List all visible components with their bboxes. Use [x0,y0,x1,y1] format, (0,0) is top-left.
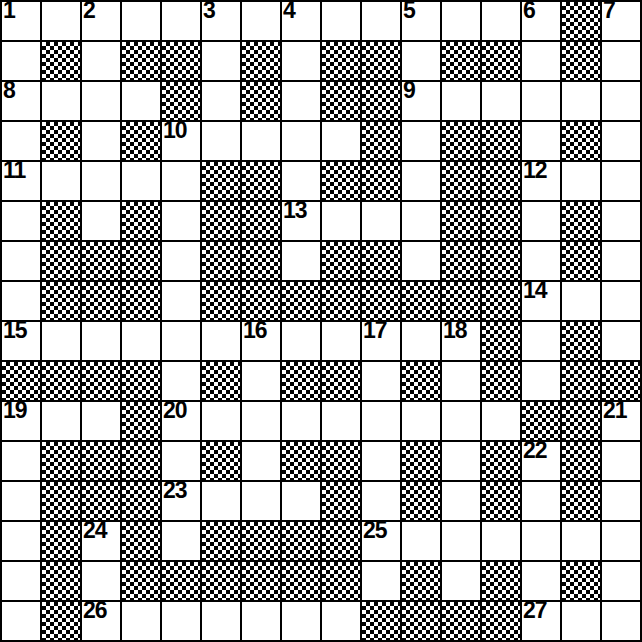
white-cell-r13-c4[interactable] [162,522,200,560]
white-cell-r0-c12[interactable] [482,2,520,40]
white-cell-r5-c9[interactable] [362,202,400,240]
block-cell-r1-c3 [122,42,160,80]
block-cell-r12-c8 [322,482,360,520]
white-cell-r4-c4[interactable] [162,162,200,200]
white-cell-r15-c5[interactable] [202,602,240,640]
block-cell-r7-c7 [282,282,320,320]
white-cell-r13-c15[interactable] [602,522,640,560]
white-cell-r4-c3[interactable] [122,162,160,200]
block-cell-r8-c14 [562,322,600,360]
white-cell-r3-c0[interactable] [2,122,40,160]
block-cell-r3-c9 [362,122,400,160]
block-cell-r10-c14 [562,402,600,440]
block-cell-r13-c1 [42,522,80,560]
block-cell-r12-c12 [482,482,520,520]
white-cell-r5-c4[interactable] [162,202,200,240]
white-cell-r7-c4[interactable] [162,282,200,320]
white-cell-r12-c15[interactable] [602,482,640,520]
block-cell-r6-c11 [442,242,480,280]
block-cell-r14-c14 [562,562,600,600]
white-cell-r8-c6[interactable]: 16 [242,322,280,360]
white-cell-r12-c9[interactable] [362,482,400,520]
white-cell-r4-c2[interactable] [82,162,120,200]
white-cell-r9-c4[interactable] [162,362,200,400]
block-cell-r13-c7 [282,522,320,560]
white-cell-r10-c0[interactable]: 19 [2,402,40,440]
block-cell-r12-c2 [82,482,120,520]
white-cell-r2-c13[interactable] [522,82,560,120]
white-cell-r13-c0[interactable] [2,522,40,560]
block-cell-r12-c14 [562,482,600,520]
white-cell-r2-c14[interactable] [562,82,600,120]
white-cell-r8-c10[interactable] [402,322,440,360]
white-cell-r8-c13[interactable] [522,322,560,360]
block-cell-r3-c3 [122,122,160,160]
block-cell-r9-c10 [402,362,440,400]
block-cell-r9-c2 [82,362,120,400]
block-cell-r15-c10 [402,602,440,640]
white-cell-r1-c5[interactable] [202,42,240,80]
white-cell-r11-c4[interactable] [162,442,200,480]
block-cell-r15-c1 [42,602,80,640]
clue-number-27: 27 [523,598,547,622]
clue-number-4: 4 [283,0,295,22]
white-cell-r3-c6[interactable] [242,122,280,160]
white-cell-r15-c6[interactable] [242,602,280,640]
white-cell-r7-c13[interactable]: 14 [522,282,560,320]
clue-number-24: 24 [83,518,107,542]
block-cell-r13-c8 [322,522,360,560]
block-cell-r1-c8 [322,42,360,80]
block-cell-r5-c6 [242,202,280,240]
clue-number-13: 13 [283,198,307,222]
white-cell-r9-c13[interactable] [522,362,560,400]
white-cell-r6-c4[interactable] [162,242,200,280]
white-cell-r0-c3[interactable] [122,2,160,40]
block-cell-r14-c8 [322,562,360,600]
block-cell-r9-c1 [42,362,80,400]
clue-number-18: 18 [443,318,467,342]
white-cell-r10-c10[interactable] [402,402,440,440]
block-cell-r7-c8 [322,282,360,320]
white-cell-r3-c4[interactable]: 10 [162,122,200,160]
white-cell-r9-c6[interactable] [242,362,280,400]
white-cell-r12-c6[interactable] [242,482,280,520]
block-cell-r6-c14 [562,242,600,280]
white-cell-r10-c12[interactable] [482,402,520,440]
block-cell-r5-c12 [482,202,520,240]
white-cell-r5-c15[interactable] [602,202,640,240]
white-cell-r14-c15[interactable] [602,562,640,600]
white-cell-r15-c0[interactable] [2,602,40,640]
block-cell-r2-c4 [162,82,200,120]
white-cell-r0-c5[interactable]: 3 [202,2,240,40]
clue-number-16: 16 [243,318,267,342]
white-cell-r12-c7[interactable] [282,482,320,520]
clue-number-6: 6 [523,0,535,22]
clue-number-19: 19 [3,398,27,422]
block-cell-r1-c9 [362,42,400,80]
block-cell-r5-c5 [202,202,240,240]
white-cell-r3-c8[interactable] [322,122,360,160]
clue-number-21: 21 [603,398,627,422]
white-cell-r0-c4[interactable] [162,2,200,40]
block-cell-r1-c14 [562,42,600,80]
white-cell-r0-c2[interactable]: 2 [82,2,120,40]
clue-number-15: 15 [3,318,27,342]
white-cell-r11-c11[interactable] [442,442,480,480]
white-cell-r4-c7[interactable] [282,162,320,200]
white-cell-r15-c8[interactable] [322,602,360,640]
white-cell-r10-c9[interactable] [362,402,400,440]
block-cell-r7-c12 [482,282,520,320]
block-cell-r7-c2 [82,282,120,320]
white-cell-r5-c0[interactable] [2,202,40,240]
block-cell-r4-c9 [362,162,400,200]
block-cell-r12-c3 [122,482,160,520]
block-cell-r11-c8 [322,442,360,480]
clue-number-17: 17 [363,318,387,342]
white-cell-r0-c7[interactable]: 4 [282,2,320,40]
white-cell-r13-c9[interactable]: 25 [362,522,400,560]
white-cell-r9-c9[interactable] [362,362,400,400]
block-cell-r1-c6 [242,42,280,80]
block-cell-r11-c3 [122,442,160,480]
white-cell-r3-c13[interactable] [522,122,560,160]
white-cell-r15-c15[interactable] [602,602,640,640]
white-cell-r0-c15[interactable]: 7 [602,2,640,40]
white-cell-r2-c15[interactable] [602,82,640,120]
block-cell-r13-c5 [202,522,240,560]
white-cell-r3-c15[interactable] [602,122,640,160]
white-cell-r0-c10[interactable]: 5 [402,2,440,40]
block-cell-r11-c12 [482,442,520,480]
clue-number-9: 9 [403,78,415,102]
white-cell-r8-c1[interactable] [42,322,80,360]
white-cell-r0-c0[interactable]: 1 [2,2,40,40]
white-cell-r4-c14[interactable] [562,162,600,200]
block-cell-r7-c6 [242,282,280,320]
block-cell-r4-c8 [322,162,360,200]
white-cell-r1-c13[interactable] [522,42,560,80]
block-cell-r15-c12 [482,602,520,640]
block-cell-r9-c3 [122,362,160,400]
block-cell-r6-c5 [202,242,240,280]
white-cell-r2-c3[interactable] [122,82,160,120]
block-cell-r14-c3 [122,562,160,600]
clue-number-5: 5 [403,0,415,22]
white-cell-r6-c15[interactable] [602,242,640,280]
white-cell-r11-c0[interactable] [2,442,40,480]
block-cell-r4-c11 [442,162,480,200]
white-cell-r8-c7[interactable] [282,322,320,360]
block-cell-r6-c1 [42,242,80,280]
white-cell-r6-c0[interactable] [2,242,40,280]
white-cell-r1-c0[interactable] [2,42,40,80]
clue-number-10: 10 [163,118,187,142]
white-cell-r15-c14[interactable] [562,602,600,640]
block-cell-r12-c10 [402,482,440,520]
white-cell-r8-c11[interactable]: 18 [442,322,480,360]
block-cell-r9-c8 [322,362,360,400]
white-cell-r2-c10[interactable]: 9 [402,82,440,120]
clue-number-12: 12 [523,158,547,182]
white-cell-r10-c11[interactable] [442,402,480,440]
white-cell-r2-c7[interactable] [282,82,320,120]
block-cell-r7-c3 [122,282,160,320]
white-cell-r3-c5[interactable] [202,122,240,160]
white-cell-r11-c9[interactable] [362,442,400,480]
block-cell-r9-c5 [202,362,240,400]
block-cell-r6-c3 [122,242,160,280]
white-cell-r1-c7[interactable] [282,42,320,80]
block-cell-r1-c11 [442,42,480,80]
white-cell-r8-c5[interactable] [202,322,240,360]
white-cell-r14-c9[interactable] [362,562,400,600]
white-cell-r11-c15[interactable] [602,442,640,480]
clue-number-11: 11 [3,158,25,182]
block-cell-r14-c10 [402,562,440,600]
white-cell-r8-c2[interactable] [82,322,120,360]
clue-number-1: 1 [3,0,15,22]
clue-number-2: 2 [83,0,95,22]
white-cell-r4-c15[interactable] [602,162,640,200]
block-cell-r3-c1 [42,122,80,160]
white-cell-r4-c10[interactable] [402,162,440,200]
white-cell-r12-c0[interactable] [2,482,40,520]
white-cell-r5-c7[interactable]: 13 [282,202,320,240]
white-cell-r1-c10[interactable] [402,42,440,80]
white-cell-r7-c15[interactable] [602,282,640,320]
white-cell-r15-c13[interactable]: 27 [522,602,560,640]
block-cell-r10-c3 [122,402,160,440]
white-cell-r10-c4[interactable]: 20 [162,402,200,440]
clue-number-14: 14 [523,278,547,302]
block-cell-r5-c14 [562,202,600,240]
clue-number-25: 25 [363,518,387,542]
block-cell-r3-c14 [562,122,600,160]
block-cell-r14-c12 [482,562,520,600]
white-cell-r13-c12[interactable] [482,522,520,560]
white-cell-r14-c2[interactable] [82,562,120,600]
clue-number-26: 26 [83,598,107,622]
white-cell-r12-c5[interactable] [202,482,240,520]
block-cell-r7-c11 [442,282,480,320]
white-cell-r11-c13[interactable]: 22 [522,442,560,480]
white-cell-r0-c8[interactable] [322,2,360,40]
clue-number-7: 7 [603,0,615,22]
clue-number-23: 23 [163,478,187,502]
block-cell-r7-c9 [362,282,400,320]
white-cell-r10-c8[interactable] [322,402,360,440]
white-cell-r1-c15[interactable] [602,42,640,80]
white-cell-r1-c2[interactable] [82,42,120,80]
white-cell-r11-c6[interactable] [242,442,280,480]
block-cell-r14-c6 [242,562,280,600]
white-cell-r15-c7[interactable] [282,602,320,640]
block-cell-r2-c9 [362,82,400,120]
white-cell-r13-c14[interactable] [562,522,600,560]
block-cell-r11-c2 [82,442,120,480]
white-cell-r8-c15[interactable] [602,322,640,360]
white-cell-r6-c10[interactable] [402,242,440,280]
block-cell-r15-c9 [362,602,400,640]
block-cell-r7-c10 [402,282,440,320]
white-cell-r10-c6[interactable] [242,402,280,440]
white-cell-r12-c11[interactable] [442,482,480,520]
white-cell-r5-c2[interactable] [82,202,120,240]
white-cell-r9-c11[interactable] [442,362,480,400]
block-cell-r4-c12 [482,162,520,200]
white-cell-r10-c15[interactable]: 21 [602,402,640,440]
white-cell-r6-c7[interactable] [282,242,320,280]
white-cell-r8-c3[interactable] [122,322,160,360]
white-cell-r8-c0[interactable]: 15 [2,322,40,360]
white-cell-r5-c8[interactable] [322,202,360,240]
block-cell-r8-c12 [482,322,520,360]
block-cell-r1-c12 [482,42,520,80]
white-cell-r0-c11[interactable] [442,2,480,40]
block-cell-r14-c5 [202,562,240,600]
white-cell-r7-c14[interactable] [562,282,600,320]
block-cell-r9-c12 [482,362,520,400]
block-cell-r9-c7 [282,362,320,400]
white-cell-r0-c9[interactable] [362,2,400,40]
block-cell-r14-c4 [162,562,200,600]
block-cell-r11-c5 [202,442,240,480]
block-cell-r9-c14 [562,362,600,400]
white-cell-r5-c10[interactable] [402,202,440,240]
white-cell-r4-c0[interactable]: 11 [2,162,40,200]
white-cell-r0-c1[interactable] [42,2,80,40]
block-cell-r9-c15 [602,362,640,400]
block-cell-r5-c11 [442,202,480,240]
block-cell-r6-c12 [482,242,520,280]
clue-number-8: 8 [3,78,15,102]
white-cell-r10-c1[interactable] [42,402,80,440]
block-cell-r3-c12 [482,122,520,160]
crossword-grid: 1234567891011121314151617181920212223242… [0,0,642,642]
white-cell-r14-c0[interactable] [2,562,40,600]
clue-number-20: 20 [163,398,187,422]
block-cell-r13-c3 [122,522,160,560]
white-cell-r2-c12[interactable] [482,82,520,120]
clue-number-3: 3 [203,0,215,22]
clue-number-22: 22 [523,438,547,462]
white-cell-r4-c1[interactable] [42,162,80,200]
block-cell-r12-c1 [42,482,80,520]
block-cell-r13-c6 [242,522,280,560]
white-cell-r3-c10[interactable] [402,122,440,160]
block-cell-r4-c6 [242,162,280,200]
block-cell-r7-c1 [42,282,80,320]
block-cell-r11-c1 [42,442,80,480]
block-cell-r2-c6 [242,82,280,120]
white-cell-r2-c1[interactable] [42,82,80,120]
white-cell-r12-c4[interactable]: 23 [162,482,200,520]
block-cell-r14-c7 [282,562,320,600]
block-cell-r4-c5 [202,162,240,200]
white-cell-r14-c11[interactable] [442,562,480,600]
white-cell-r14-c13[interactable] [522,562,560,600]
white-cell-r2-c0[interactable]: 8 [2,82,40,120]
block-cell-r6-c6 [242,242,280,280]
white-cell-r2-c11[interactable] [442,82,480,120]
block-cell-r6-c9 [362,242,400,280]
block-cell-r14-c1 [42,562,80,600]
white-cell-r6-c13[interactable] [522,242,560,280]
white-cell-r15-c2[interactable]: 26 [82,602,120,640]
white-cell-r7-c0[interactable] [2,282,40,320]
block-cell-r6-c2 [82,242,120,280]
block-cell-r3-c11 [442,122,480,160]
block-cell-r1-c4 [162,42,200,80]
white-cell-r2-c5[interactable] [202,82,240,120]
white-cell-r3-c7[interactable] [282,122,320,160]
white-cell-r10-c7[interactable] [282,402,320,440]
block-cell-r11-c7 [282,442,320,480]
white-cell-r15-c3[interactable] [122,602,160,640]
white-cell-r10-c5[interactable] [202,402,240,440]
white-cell-r13-c2[interactable]: 24 [82,522,120,560]
white-cell-r3-c2[interactable] [82,122,120,160]
white-cell-r15-c4[interactable] [162,602,200,640]
block-cell-r0-c14 [562,2,600,40]
block-cell-r2-c8 [322,82,360,120]
block-cell-r1-c1 [42,42,80,80]
block-cell-r10-c13 [522,402,560,440]
white-cell-r8-c9[interactable]: 17 [362,322,400,360]
block-cell-r6-c8 [322,242,360,280]
block-cell-r11-c14 [562,442,600,480]
block-cell-r11-c10 [402,442,440,480]
block-cell-r5-c3 [122,202,160,240]
block-cell-r15-c11 [442,602,480,640]
white-cell-r13-c13[interactable] [522,522,560,560]
block-cell-r7-c5 [202,282,240,320]
white-cell-r5-c13[interactable] [522,202,560,240]
block-cell-r9-c0 [2,362,40,400]
block-cell-r5-c1 [42,202,80,240]
white-cell-r10-c2[interactable] [82,402,120,440]
white-cell-r8-c8[interactable] [322,322,360,360]
white-cell-r8-c4[interactable] [162,322,200,360]
white-cell-r13-c11[interactable] [442,522,480,560]
white-cell-r12-c13[interactable] [522,482,560,520]
white-cell-r4-c13[interactable]: 12 [522,162,560,200]
white-cell-r0-c13[interactable]: 6 [522,2,560,40]
white-cell-r2-c2[interactable] [82,82,120,120]
white-cell-r0-c6[interactable] [242,2,280,40]
white-cell-r13-c10[interactable] [402,522,440,560]
